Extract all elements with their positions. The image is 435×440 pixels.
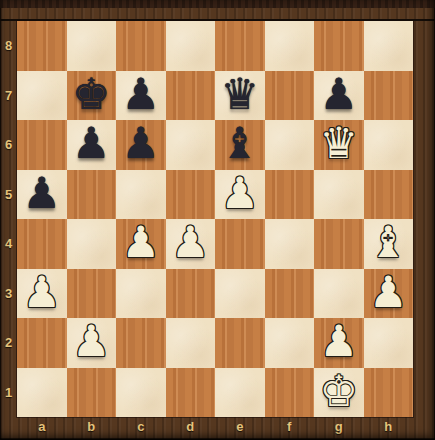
- chess-board-widget: 87654321 ♚♟♛♟♟♟♝♛♟♟♟♟♝♟♟♟♟♚ abcdefgh: [0, 0, 435, 440]
- square-h7[interactable]: [364, 71, 414, 121]
- square-f5[interactable]: [265, 170, 315, 220]
- piece-black-pawn-c7[interactable]: ♟: [121, 73, 160, 116]
- square-b4[interactable]: [67, 219, 117, 269]
- square-a3[interactable]: ♟: [17, 269, 67, 319]
- piece-white-pawn-g2[interactable]: ♟: [319, 320, 358, 363]
- square-b1[interactable]: [67, 368, 117, 418]
- file-label-h: h: [364, 413, 414, 440]
- rank-label-5: 5: [0, 170, 17, 220]
- square-g1[interactable]: ♚: [314, 368, 364, 418]
- square-d3[interactable]: [166, 269, 216, 319]
- rank-label-8: 8: [0, 21, 17, 71]
- piece-white-bishop-h4[interactable]: ♝: [369, 221, 408, 264]
- piece-black-queen-e7[interactable]: ♛: [220, 73, 259, 116]
- piece-white-king-g1[interactable]: ♚: [319, 370, 358, 413]
- square-b7[interactable]: ♚: [67, 71, 117, 121]
- piece-white-pawn-h3[interactable]: ♟: [369, 271, 408, 314]
- square-c7[interactable]: ♟: [116, 71, 166, 121]
- piece-black-pawn-b6[interactable]: ♟: [72, 122, 111, 165]
- square-d5[interactable]: [166, 170, 216, 220]
- square-b5[interactable]: [67, 170, 117, 220]
- square-c4[interactable]: ♟: [116, 219, 166, 269]
- file-label-b: b: [67, 413, 117, 440]
- file-label-g: g: [314, 413, 364, 440]
- square-g3[interactable]: [314, 269, 364, 319]
- piece-black-pawn-a5[interactable]: ♟: [22, 172, 61, 215]
- square-e2[interactable]: [215, 318, 265, 368]
- square-h1[interactable]: [364, 368, 414, 418]
- square-b8[interactable]: [67, 21, 117, 71]
- piece-black-pawn-c6[interactable]: ♟: [121, 122, 160, 165]
- square-a2[interactable]: [17, 318, 67, 368]
- square-f3[interactable]: [265, 269, 315, 319]
- piece-white-pawn-d4[interactable]: ♟: [171, 221, 210, 264]
- square-g5[interactable]: [314, 170, 364, 220]
- square-c5[interactable]: [116, 170, 166, 220]
- square-d2[interactable]: [166, 318, 216, 368]
- rank-labels: 87654321: [0, 21, 17, 417]
- square-h3[interactable]: ♟: [364, 269, 414, 319]
- square-f4[interactable]: [265, 219, 315, 269]
- rank-label-3: 3: [0, 269, 17, 319]
- file-label-e: e: [215, 413, 265, 440]
- piece-white-pawn-b2[interactable]: ♟: [72, 320, 111, 363]
- square-e1[interactable]: [215, 368, 265, 418]
- file-label-a: a: [17, 413, 67, 440]
- file-label-f: f: [265, 413, 315, 440]
- square-h6[interactable]: [364, 120, 414, 170]
- piece-black-bishop-e6[interactable]: ♝: [220, 122, 259, 165]
- square-e7[interactable]: ♛: [215, 71, 265, 121]
- file-labels: abcdefgh: [17, 413, 413, 440]
- rank-label-6: 6: [0, 120, 17, 170]
- square-d6[interactable]: [166, 120, 216, 170]
- square-a8[interactable]: [17, 21, 67, 71]
- square-c6[interactable]: ♟: [116, 120, 166, 170]
- square-b2[interactable]: ♟: [67, 318, 117, 368]
- piece-black-king-b7[interactable]: ♚: [72, 73, 111, 116]
- rank-label-4: 4: [0, 219, 17, 269]
- piece-white-pawn-e5[interactable]: ♟: [220, 172, 259, 215]
- square-h4[interactable]: ♝: [364, 219, 414, 269]
- piece-white-pawn-a3[interactable]: ♟: [22, 271, 61, 314]
- frame-top-strip: [0, 0, 435, 8]
- square-d1[interactable]: [166, 368, 216, 418]
- piece-black-pawn-g7[interactable]: ♟: [319, 73, 358, 116]
- square-g7[interactable]: ♟: [314, 71, 364, 121]
- square-f2[interactable]: [265, 318, 315, 368]
- square-c3[interactable]: [116, 269, 166, 319]
- square-d7[interactable]: [166, 71, 216, 121]
- square-f6[interactable]: [265, 120, 315, 170]
- square-f1[interactable]: [265, 368, 315, 418]
- square-c2[interactable]: [116, 318, 166, 368]
- rank-label-7: 7: [0, 71, 17, 121]
- square-d4[interactable]: ♟: [166, 219, 216, 269]
- file-label-c: c: [116, 413, 166, 440]
- rank-label-2: 2: [0, 318, 17, 368]
- square-a5[interactable]: ♟: [17, 170, 67, 220]
- square-h2[interactable]: [364, 318, 414, 368]
- square-g6[interactable]: ♛: [314, 120, 364, 170]
- square-g2[interactable]: ♟: [314, 318, 364, 368]
- square-a7[interactable]: [17, 71, 67, 121]
- square-a1[interactable]: [17, 368, 67, 418]
- piece-white-queen-g6[interactable]: ♛: [319, 122, 358, 165]
- square-a6[interactable]: [17, 120, 67, 170]
- square-c1[interactable]: [116, 368, 166, 418]
- square-e4[interactable]: [215, 219, 265, 269]
- square-c8[interactable]: [116, 21, 166, 71]
- square-b3[interactable]: [67, 269, 117, 319]
- piece-white-pawn-c4[interactable]: ♟: [121, 221, 160, 264]
- square-g4[interactable]: [314, 219, 364, 269]
- square-f7[interactable]: [265, 71, 315, 121]
- file-label-d: d: [166, 413, 216, 440]
- square-g8[interactable]: [314, 21, 364, 71]
- chess-board: ♚♟♛♟♟♟♝♛♟♟♟♟♝♟♟♟♟♚: [17, 21, 413, 417]
- square-d8[interactable]: [166, 21, 216, 71]
- square-h8[interactable]: [364, 21, 414, 71]
- square-a4[interactable]: [17, 219, 67, 269]
- square-e6[interactable]: ♝: [215, 120, 265, 170]
- square-f8[interactable]: [265, 21, 315, 71]
- square-h5[interactable]: [364, 170, 414, 220]
- square-e5[interactable]: ♟: [215, 170, 265, 220]
- square-e8[interactable]: [215, 21, 265, 71]
- rank-label-1: 1: [0, 368, 17, 418]
- square-b6[interactable]: ♟: [67, 120, 117, 170]
- square-e3[interactable]: [215, 269, 265, 319]
